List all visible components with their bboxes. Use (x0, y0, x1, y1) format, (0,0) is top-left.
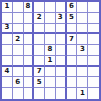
sudoku-cell-empty[interactable] (45, 77, 56, 88)
sudoku-cell-empty[interactable] (45, 67, 56, 78)
sudoku-cell-empty[interactable] (34, 34, 45, 45)
sudoku-cell-empty[interactable] (2, 56, 13, 67)
sudoku-cell-empty[interactable] (45, 24, 56, 35)
sudoku-cell-given: 3 (56, 13, 67, 24)
sudoku-cell-empty[interactable] (24, 56, 35, 67)
sudoku-cell-empty[interactable] (13, 45, 24, 56)
sudoku-cell-empty[interactable] (45, 2, 56, 13)
sudoku-cell-given: 1 (45, 56, 56, 67)
sudoku-cell-given: 3 (2, 24, 13, 35)
sudoku-cell-given: 2 (13, 34, 24, 45)
sudoku-cell-given: 4 (2, 67, 13, 78)
sudoku-cell-empty[interactable] (34, 2, 45, 13)
sudoku-cell-empty[interactable] (77, 77, 88, 88)
sudoku-cell-empty[interactable] (67, 67, 78, 78)
sudoku-cell-empty[interactable] (24, 88, 35, 99)
sudoku-cell-given: 6 (67, 2, 78, 13)
sudoku-cell-empty[interactable] (13, 56, 24, 67)
sudoku-cell-given: 7 (34, 67, 45, 78)
sudoku-cell-given: 2 (34, 13, 45, 24)
sudoku-cell-empty[interactable] (88, 24, 99, 35)
sudoku-cell-empty[interactable] (77, 56, 88, 67)
sudoku-cell-empty[interactable] (67, 88, 78, 99)
sudoku-cell-empty[interactable] (24, 24, 35, 35)
sudoku-board: 18623532783147651 (0, 0, 101, 101)
sudoku-cell-empty[interactable] (88, 88, 99, 99)
sudoku-cell-empty[interactable] (45, 88, 56, 99)
sudoku-cell-empty[interactable] (24, 77, 35, 88)
sudoku-cell-empty[interactable] (88, 13, 99, 24)
sudoku-cell-given: 8 (45, 45, 56, 56)
sudoku-cell-empty[interactable] (2, 45, 13, 56)
sudoku-cell-empty[interactable] (77, 13, 88, 24)
sudoku-cell-given: 1 (77, 88, 88, 99)
sudoku-cell-empty[interactable] (34, 24, 45, 35)
sudoku-cell-empty[interactable] (13, 2, 24, 13)
sudoku-cell-empty[interactable] (34, 56, 45, 67)
sudoku-cell-given: 5 (34, 77, 45, 88)
sudoku-cell-empty[interactable] (56, 56, 67, 67)
sudoku-cell-empty[interactable] (2, 77, 13, 88)
sudoku-cell-empty[interactable] (13, 24, 24, 35)
sudoku-cell-empty[interactable] (67, 56, 78, 67)
sudoku-cell-empty[interactable] (13, 13, 24, 24)
sudoku-cell-empty[interactable] (56, 77, 67, 88)
sudoku-cell-empty[interactable] (13, 88, 24, 99)
sudoku-cell-empty[interactable] (67, 77, 78, 88)
sudoku-cell-empty[interactable] (77, 34, 88, 45)
sudoku-cell-empty[interactable] (34, 88, 45, 99)
sudoku-cell-empty[interactable] (88, 67, 99, 78)
sudoku-cell-given: 7 (67, 34, 78, 45)
sudoku-cell-empty[interactable] (88, 34, 99, 45)
sudoku-cell-empty[interactable] (77, 2, 88, 13)
sudoku-cell-empty[interactable] (24, 13, 35, 24)
sudoku-cell-empty[interactable] (88, 56, 99, 67)
sudoku-cell-empty[interactable] (45, 34, 56, 45)
sudoku-cell-empty[interactable] (34, 45, 45, 56)
sudoku-cell-empty[interactable] (67, 45, 78, 56)
sudoku-cell-empty[interactable] (67, 24, 78, 35)
sudoku-cell-given: 1 (2, 2, 13, 13)
sudoku-cell-empty[interactable] (88, 77, 99, 88)
sudoku-cell-empty[interactable] (24, 34, 35, 45)
sudoku-cell-empty[interactable] (56, 88, 67, 99)
sudoku-cell-empty[interactable] (2, 88, 13, 99)
sudoku-cell-empty[interactable] (56, 67, 67, 78)
sudoku-cell-empty[interactable] (2, 13, 13, 24)
sudoku-cell-empty[interactable] (56, 24, 67, 35)
sudoku-cell-empty[interactable] (56, 45, 67, 56)
sudoku-cell-empty[interactable] (56, 2, 67, 13)
sudoku-cell-given: 3 (77, 45, 88, 56)
sudoku-cell-empty[interactable] (13, 67, 24, 78)
sudoku-cell-empty[interactable] (77, 24, 88, 35)
sudoku-cell-given: 8 (24, 2, 35, 13)
sudoku-cell-empty[interactable] (77, 67, 88, 78)
sudoku-cell-empty[interactable] (88, 2, 99, 13)
sudoku-cell-given: 5 (67, 13, 78, 24)
sudoku-cell-empty[interactable] (45, 13, 56, 24)
sudoku-cell-empty[interactable] (24, 45, 35, 56)
sudoku-cell-empty[interactable] (2, 34, 13, 45)
sudoku-cell-empty[interactable] (24, 67, 35, 78)
sudoku-cell-given: 6 (13, 77, 24, 88)
sudoku-cell-empty[interactable] (88, 45, 99, 56)
sudoku-cell-empty[interactable] (56, 34, 67, 45)
